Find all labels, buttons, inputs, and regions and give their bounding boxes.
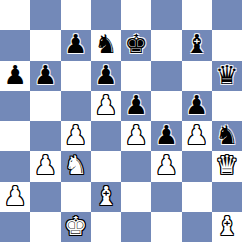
square-d3[interactable] xyxy=(91,151,121,181)
black-pawn[interactable]: ♟ xyxy=(3,62,26,88)
square-f8[interactable] xyxy=(151,0,181,30)
square-e1[interactable] xyxy=(121,212,151,242)
white-pawn[interactable]: ♟ xyxy=(64,122,87,148)
square-h2[interactable] xyxy=(212,182,242,212)
white-pawn[interactable]: ♟ xyxy=(155,152,178,178)
square-c8[interactable] xyxy=(61,0,91,30)
square-c4[interactable]: ♟ xyxy=(61,121,91,151)
black-pawn[interactable]: ♟ xyxy=(155,122,178,148)
square-d1[interactable] xyxy=(91,212,121,242)
black-pawn[interactable]: ♟ xyxy=(34,62,57,88)
square-c2[interactable] xyxy=(61,182,91,212)
white-pawn[interactable]: ♟ xyxy=(94,92,117,118)
square-e8[interactable] xyxy=(121,0,151,30)
black-pawn[interactable]: ♟ xyxy=(124,92,147,118)
square-e3[interactable] xyxy=(121,151,151,181)
square-d5[interactable]: ♟ xyxy=(91,91,121,121)
square-a7[interactable] xyxy=(0,30,30,60)
black-bishop[interactable]: ♝ xyxy=(185,31,208,57)
square-h4[interactable]: ♞ xyxy=(212,121,242,151)
square-c1[interactable]: ♚ xyxy=(61,212,91,242)
square-b1[interactable] xyxy=(30,212,60,242)
square-a1[interactable] xyxy=(0,212,30,242)
square-b7[interactable] xyxy=(30,30,60,60)
square-h1[interactable]: ♝ xyxy=(212,212,242,242)
square-f3[interactable]: ♟ xyxy=(151,151,181,181)
square-d2[interactable]: ♝ xyxy=(91,182,121,212)
square-f5[interactable] xyxy=(151,91,181,121)
square-g7[interactable]: ♝ xyxy=(182,30,212,60)
black-knight[interactable]: ♞ xyxy=(94,31,117,57)
square-e7[interactable]: ♚ xyxy=(121,30,151,60)
square-h6[interactable]: ♛ xyxy=(212,61,242,91)
square-e5[interactable]: ♟ xyxy=(121,91,151,121)
square-a5[interactable] xyxy=(0,91,30,121)
square-h7[interactable] xyxy=(212,30,242,60)
square-g6[interactable] xyxy=(182,61,212,91)
square-c6[interactable] xyxy=(61,61,91,91)
square-b5[interactable] xyxy=(30,91,60,121)
white-pawn[interactable]: ♟ xyxy=(34,152,57,178)
square-f4[interactable]: ♟ xyxy=(151,121,181,151)
square-h5[interactable] xyxy=(212,91,242,121)
square-d6[interactable]: ♟ xyxy=(91,61,121,91)
square-a4[interactable] xyxy=(0,121,30,151)
square-a6[interactable]: ♟ xyxy=(0,61,30,91)
black-pawn[interactable]: ♟ xyxy=(185,92,208,118)
square-a8[interactable] xyxy=(0,0,30,30)
square-b3[interactable]: ♟ xyxy=(30,151,60,181)
square-e2[interactable] xyxy=(121,182,151,212)
square-d4[interactable] xyxy=(91,121,121,151)
white-bishop[interactable]: ♝ xyxy=(215,213,238,239)
white-king[interactable]: ♚ xyxy=(64,213,87,239)
white-pawn[interactable]: ♟ xyxy=(3,183,26,209)
square-d7[interactable]: ♞ xyxy=(91,30,121,60)
black-king[interactable]: ♚ xyxy=(124,31,147,57)
square-g3[interactable] xyxy=(182,151,212,181)
square-g8[interactable] xyxy=(182,0,212,30)
white-pawn[interactable]: ♟ xyxy=(124,122,147,148)
square-c5[interactable] xyxy=(61,91,91,121)
square-e4[interactable]: ♟ xyxy=(121,121,151,151)
square-e6[interactable] xyxy=(121,61,151,91)
black-queen[interactable]: ♛ xyxy=(215,62,238,88)
white-knight[interactable]: ♞ xyxy=(64,152,87,178)
square-c7[interactable]: ♟ xyxy=(61,30,91,60)
black-pawn[interactable]: ♟ xyxy=(64,31,87,57)
square-f7[interactable] xyxy=(151,30,181,60)
square-g4[interactable]: ♟ xyxy=(182,121,212,151)
square-b6[interactable]: ♟ xyxy=(30,61,60,91)
square-g2[interactable] xyxy=(182,182,212,212)
square-c3[interactable]: ♞ xyxy=(61,151,91,181)
square-f6[interactable] xyxy=(151,61,181,91)
square-g1[interactable] xyxy=(182,212,212,242)
square-b8[interactable] xyxy=(30,0,60,30)
square-h8[interactable] xyxy=(212,0,242,30)
white-queen[interactable]: ♛ xyxy=(215,152,238,178)
square-g5[interactable]: ♟ xyxy=(182,91,212,121)
chess-board: ♟♞♚♝♟♟♟♛♟♟♟♟♟♟♟♞♟♞♟♛♟♝♚♝ xyxy=(0,0,242,242)
square-f2[interactable] xyxy=(151,182,181,212)
black-knight[interactable]: ♞ xyxy=(215,122,238,148)
square-b2[interactable] xyxy=(30,182,60,212)
white-bishop[interactable]: ♝ xyxy=(94,183,117,209)
square-h3[interactable]: ♛ xyxy=(212,151,242,181)
square-a3[interactable] xyxy=(0,151,30,181)
square-f1[interactable] xyxy=(151,212,181,242)
white-pawn[interactable]: ♟ xyxy=(185,122,208,148)
square-d8[interactable] xyxy=(91,0,121,30)
square-a2[interactable]: ♟ xyxy=(0,182,30,212)
square-b4[interactable] xyxy=(30,121,60,151)
black-pawn[interactable]: ♟ xyxy=(94,62,117,88)
